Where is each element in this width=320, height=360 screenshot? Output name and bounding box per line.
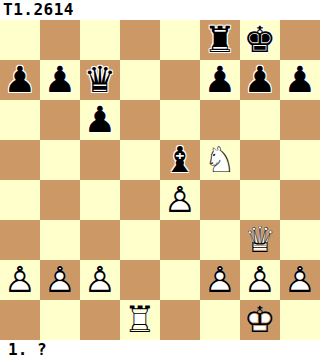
square-g4[interactable]: [240, 180, 280, 220]
square-f6[interactable]: [200, 100, 240, 140]
square-g8[interactable]: ♚: [240, 20, 280, 60]
square-e5[interactable]: ♝: [160, 140, 200, 180]
square-f2[interactable]: ♟♙: [200, 260, 240, 300]
square-b8[interactable]: [40, 20, 80, 60]
black-pawn-piece: ♟: [40, 60, 80, 100]
puzzle-id: T1.2614: [0, 0, 320, 20]
square-b2[interactable]: ♟♙: [40, 260, 80, 300]
square-a6[interactable]: [0, 100, 40, 140]
square-a8[interactable]: [0, 20, 40, 60]
square-b7[interactable]: ♟: [40, 60, 80, 100]
move-prompt: 1. ?: [0, 340, 320, 360]
square-a3[interactable]: [0, 220, 40, 260]
white-pawn-fill: ♟: [200, 260, 240, 300]
square-c6[interactable]: ♟: [80, 100, 120, 140]
white-pawn-piece: ♙: [240, 260, 280, 300]
white-knight-fill: ♞: [200, 140, 240, 180]
square-a4[interactable]: [0, 180, 40, 220]
white-knight-piece: ♘: [200, 140, 240, 180]
square-f1[interactable]: [200, 300, 240, 340]
square-d6[interactable]: [120, 100, 160, 140]
square-h3[interactable]: [280, 220, 320, 260]
square-d7[interactable]: [120, 60, 160, 100]
black-bishop-piece: ♝: [160, 140, 200, 180]
square-e3[interactable]: [160, 220, 200, 260]
square-d8[interactable]: [120, 20, 160, 60]
square-d4[interactable]: [120, 180, 160, 220]
square-f3[interactable]: [200, 220, 240, 260]
white-rook-fill: ♜: [120, 300, 160, 340]
chess-diagram: T1.2614 ♜♚♟♟♛♟♟♟♟♝♞♘♟♙♛♕♟♙♟♙♟♙♟♙♟♙♟♙♜♖♚♔…: [0, 0, 320, 360]
black-pawn-piece: ♟: [280, 60, 320, 100]
square-e1[interactable]: [160, 300, 200, 340]
square-b6[interactable]: [40, 100, 80, 140]
square-h1[interactable]: [280, 300, 320, 340]
white-pawn-piece: ♙: [40, 260, 80, 300]
square-b5[interactable]: [40, 140, 80, 180]
square-c4[interactable]: [80, 180, 120, 220]
black-pawn-piece: ♟: [200, 60, 240, 100]
white-queen-fill: ♛: [240, 220, 280, 260]
black-pawn-piece: ♟: [0, 60, 40, 100]
square-g1[interactable]: ♚♔: [240, 300, 280, 340]
square-f4[interactable]: [200, 180, 240, 220]
black-king-piece: ♚: [240, 20, 280, 60]
white-pawn-fill: ♟: [40, 260, 80, 300]
square-g3[interactable]: ♛♕: [240, 220, 280, 260]
black-rook-piece: ♜: [200, 20, 240, 60]
square-e7[interactable]: [160, 60, 200, 100]
square-d2[interactable]: [120, 260, 160, 300]
square-g5[interactable]: [240, 140, 280, 180]
black-pawn-piece: ♟: [80, 100, 120, 140]
square-g2[interactable]: ♟♙: [240, 260, 280, 300]
square-a5[interactable]: [0, 140, 40, 180]
black-pawn-piece: ♟: [240, 60, 280, 100]
white-pawn-fill: ♟: [240, 260, 280, 300]
square-h8[interactable]: [280, 20, 320, 60]
square-h7[interactable]: ♟: [280, 60, 320, 100]
square-f5[interactable]: ♞♘: [200, 140, 240, 180]
white-pawn-piece: ♙: [160, 180, 200, 220]
square-g7[interactable]: ♟: [240, 60, 280, 100]
square-c5[interactable]: [80, 140, 120, 180]
white-pawn-fill: ♟: [0, 260, 40, 300]
square-e2[interactable]: [160, 260, 200, 300]
square-e6[interactable]: [160, 100, 200, 140]
square-c1[interactable]: [80, 300, 120, 340]
white-queen-piece: ♕: [240, 220, 280, 260]
white-rook-piece: ♖: [120, 300, 160, 340]
white-pawn-piece: ♙: [0, 260, 40, 300]
chess-board: ♜♚♟♟♛♟♟♟♟♝♞♘♟♙♛♕♟♙♟♙♟♙♟♙♟♙♟♙♜♖♚♔: [0, 20, 320, 340]
square-e8[interactable]: [160, 20, 200, 60]
square-h5[interactable]: [280, 140, 320, 180]
white-pawn-piece: ♙: [80, 260, 120, 300]
square-b4[interactable]: [40, 180, 80, 220]
square-b3[interactable]: [40, 220, 80, 260]
white-pawn-piece: ♙: [280, 260, 320, 300]
square-h2[interactable]: ♟♙: [280, 260, 320, 300]
square-e4[interactable]: ♟♙: [160, 180, 200, 220]
square-c2[interactable]: ♟♙: [80, 260, 120, 300]
white-pawn-fill: ♟: [160, 180, 200, 220]
white-pawn-piece: ♙: [200, 260, 240, 300]
white-pawn-fill: ♟: [80, 260, 120, 300]
square-c3[interactable]: [80, 220, 120, 260]
square-d1[interactable]: ♜♖: [120, 300, 160, 340]
square-b1[interactable]: [40, 300, 80, 340]
square-c8[interactable]: [80, 20, 120, 60]
square-a1[interactable]: [0, 300, 40, 340]
square-c7[interactable]: ♛: [80, 60, 120, 100]
square-f8[interactable]: ♜: [200, 20, 240, 60]
black-queen-piece: ♛: [80, 60, 120, 100]
square-a2[interactable]: ♟♙: [0, 260, 40, 300]
white-king-fill: ♚: [240, 300, 280, 340]
square-f7[interactable]: ♟: [200, 60, 240, 100]
square-h6[interactable]: [280, 100, 320, 140]
square-d5[interactable]: [120, 140, 160, 180]
square-a7[interactable]: ♟: [0, 60, 40, 100]
white-king-piece: ♔: [240, 300, 280, 340]
white-pawn-fill: ♟: [280, 260, 320, 300]
square-d3[interactable]: [120, 220, 160, 260]
square-g6[interactable]: [240, 100, 280, 140]
square-h4[interactable]: [280, 180, 320, 220]
